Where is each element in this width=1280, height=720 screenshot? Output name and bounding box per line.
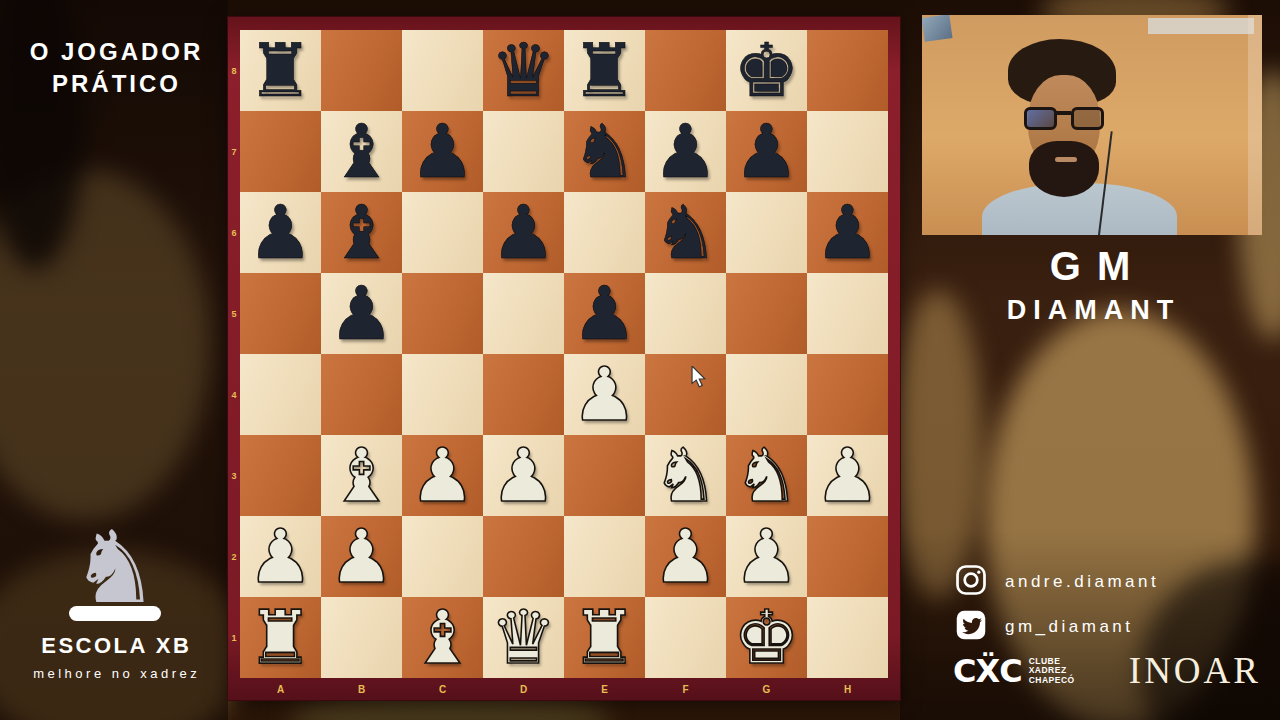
black-pawn[interactable]: ♟ — [328, 273, 394, 354]
square-b8[interactable] — [321, 30, 402, 111]
social-links: andre.diamant gm_diamant — [953, 563, 1159, 653]
square-f8[interactable] — [645, 30, 726, 111]
glasses-left-lens — [1024, 107, 1057, 130]
file-label-f: F — [645, 678, 726, 700]
square-h5[interactable] — [807, 273, 888, 354]
instagram-icon — [953, 562, 989, 602]
white-knight[interactable]: ♞ — [652, 435, 718, 516]
rank-label-5: 5 — [228, 273, 240, 354]
rank-label-2: 2 — [228, 516, 240, 597]
square-h7[interactable] — [807, 111, 888, 192]
white-pawn[interactable]: ♟ — [490, 435, 556, 516]
rank-label-1: 1 — [228, 597, 240, 678]
school-tagline: melhore no xadrez — [0, 666, 230, 681]
show-title-line1: O JOGADOR — [0, 36, 230, 68]
square-g4[interactable] — [726, 354, 807, 435]
file-label-h: H — [807, 678, 888, 700]
square-g5[interactable] — [726, 273, 807, 354]
file-label-d: D — [483, 678, 564, 700]
square-h6[interactable]: ♟ — [807, 192, 888, 273]
square-a6[interactable]: ♟ — [240, 192, 321, 273]
rank-label-8: 8 — [228, 30, 240, 111]
square-e5[interactable]: ♟ — [564, 273, 645, 354]
square-a8[interactable]: ♜ — [240, 30, 321, 111]
cxc-caption-line: CHAPECÓ — [1029, 676, 1075, 686]
square-d3[interactable]: ♟ — [483, 435, 564, 516]
square-c1[interactable]: ♝ — [402, 597, 483, 678]
square-e4[interactable]: ♟ — [564, 354, 645, 435]
white-bishop[interactable]: ♝ — [409, 597, 475, 678]
square-g1[interactable]: ♚ — [726, 597, 807, 678]
black-knight[interactable]: ♞ — [571, 111, 637, 192]
square-g7[interactable]: ♟ — [726, 111, 807, 192]
square-f5[interactable] — [645, 273, 726, 354]
square-f2[interactable]: ♟ — [645, 516, 726, 597]
white-pawn[interactable]: ♟ — [409, 435, 475, 516]
square-b3[interactable]: ♝ — [321, 435, 402, 516]
cxc-logo-caption: CLUBE XADREZ CHAPECÓ — [1029, 657, 1075, 686]
square-c6[interactable] — [402, 192, 483, 273]
square-e1[interactable]: ♜ — [564, 597, 645, 678]
webcam-background-object — [1148, 18, 1254, 34]
square-b6[interactable]: ♝ — [321, 192, 402, 273]
square-e2[interactable] — [564, 516, 645, 597]
square-d6[interactable]: ♟ — [483, 192, 564, 273]
square-h4[interactable] — [807, 354, 888, 435]
square-g6[interactable] — [726, 192, 807, 273]
square-a4[interactable] — [240, 354, 321, 435]
square-a3[interactable] — [240, 435, 321, 516]
square-d7[interactable] — [483, 111, 564, 192]
streamer-title: GM — [900, 243, 1280, 289]
square-d4[interactable] — [483, 354, 564, 435]
school-logo: ♞ ESCOLA XB melhore no xadrez — [0, 516, 230, 681]
square-b7[interactable]: ♝ — [321, 111, 402, 192]
black-king[interactable]: ♚ — [733, 30, 799, 111]
webcam-background-object — [922, 15, 953, 42]
file-label-b: B — [321, 678, 402, 700]
square-d8[interactable]: ♛ — [483, 30, 564, 111]
black-rook[interactable]: ♜ — [247, 30, 313, 111]
inoar-logo: INOAR — [1129, 651, 1261, 691]
square-e7[interactable]: ♞ — [564, 111, 645, 192]
file-label-a: A — [240, 678, 321, 700]
glasses-bridge — [1055, 111, 1071, 115]
square-e3[interactable] — [564, 435, 645, 516]
cxc-logo-name: CẌC — [953, 654, 1022, 688]
black-pawn[interactable]: ♟ — [409, 111, 475, 192]
twitter-handle[interactable]: gm_diamant — [1005, 617, 1134, 637]
square-c5[interactable] — [402, 273, 483, 354]
streamer-caption: GM DIAMANT — [900, 243, 1280, 326]
black-pawn[interactable]: ♟ — [571, 273, 637, 354]
square-h2[interactable] — [807, 516, 888, 597]
sponsor-logos: CẌC CLUBE XADREZ CHAPECÓ INOAR — [953, 651, 1261, 691]
square-c4[interactable] — [402, 354, 483, 435]
square-f3[interactable]: ♞ — [645, 435, 726, 516]
square-g2[interactable]: ♟ — [726, 516, 807, 597]
square-c8[interactable] — [402, 30, 483, 111]
show-title: O JOGADOR PRÁTICO — [0, 36, 230, 100]
streamer-beard — [1029, 141, 1099, 197]
square-a2[interactable]: ♟ — [240, 516, 321, 597]
square-d1[interactable]: ♛ — [483, 597, 564, 678]
instagram-handle[interactable]: andre.diamant — [1005, 572, 1159, 592]
square-f7[interactable]: ♟ — [645, 111, 726, 192]
white-pawn[interactable]: ♟ — [814, 435, 880, 516]
white-queen[interactable]: ♛ — [490, 597, 556, 678]
square-h1[interactable] — [807, 597, 888, 678]
board-grid: ♜♛♜♚♝♟♞♟♟♟♝♟♞♟♟♟♟♝♟♟♞♞♟♟♟♟♟♜♝♛♜♚ — [240, 30, 888, 678]
streamer-mouth — [1055, 157, 1077, 162]
instagram-row[interactable]: andre.diamant — [953, 563, 1159, 600]
streamer-glasses — [1024, 107, 1106, 133]
glasses-right-lens — [1071, 107, 1104, 130]
black-pawn[interactable]: ♟ — [814, 192, 880, 273]
black-pawn[interactable]: ♟ — [733, 111, 799, 192]
square-d5[interactable] — [483, 273, 564, 354]
square-a1[interactable]: ♜ — [240, 597, 321, 678]
square-f6[interactable]: ♞ — [645, 192, 726, 273]
mouse-cursor — [691, 366, 707, 388]
white-pawn[interactable]: ♟ — [733, 516, 799, 597]
square-e8[interactable]: ♜ — [564, 30, 645, 111]
square-b1[interactable] — [321, 597, 402, 678]
square-f4[interactable] — [645, 354, 726, 435]
square-h3[interactable]: ♟ — [807, 435, 888, 516]
stream-overlay: O JOGADOR PRÁTICO ♞ ESCOLA XB melhore no… — [0, 0, 1280, 720]
white-pawn[interactable]: ♟ — [571, 354, 637, 435]
file-label-e: E — [564, 678, 645, 700]
cxc-logo: CẌC CLUBE XADREZ CHAPECÓ — [953, 654, 1075, 688]
black-pawn[interactable]: ♟ — [652, 111, 718, 192]
black-pawn[interactable]: ♟ — [247, 192, 313, 273]
square-h8[interactable] — [807, 30, 888, 111]
streamer-name: DIAMANT — [900, 295, 1280, 326]
black-knight[interactable]: ♞ — [652, 192, 718, 273]
white-pawn[interactable]: ♟ — [247, 516, 313, 597]
twitter-icon — [953, 607, 989, 647]
white-knight[interactable]: ♞ — [733, 435, 799, 516]
square-b5[interactable]: ♟ — [321, 273, 402, 354]
rank-label-4: 4 — [228, 354, 240, 435]
chess-board: ♜♛♜♚♝♟♞♟♟♟♝♟♞♟♟♟♟♝♟♟♞♞♟♟♟♟♟♜♝♛♜♚ 8765432… — [228, 17, 900, 700]
square-d2[interactable] — [483, 516, 564, 597]
square-b4[interactable] — [321, 354, 402, 435]
black-queen[interactable]: ♛ — [490, 30, 556, 111]
rank-label-6: 6 — [228, 192, 240, 273]
webcam-background-object — [1248, 15, 1262, 235]
square-g8[interactable]: ♚ — [726, 30, 807, 111]
black-rook[interactable]: ♜ — [571, 30, 637, 111]
rank-label-3: 3 — [228, 435, 240, 516]
school-brand: ESCOLA XB — [0, 633, 230, 659]
square-a5[interactable] — [240, 273, 321, 354]
white-rook[interactable]: ♜ — [247, 597, 313, 678]
file-label-c: C — [402, 678, 483, 700]
square-c2[interactable] — [402, 516, 483, 597]
black-bishop[interactable]: ♝ — [328, 192, 394, 273]
white-pawn[interactable]: ♟ — [328, 516, 394, 597]
square-c3[interactable]: ♟ — [402, 435, 483, 516]
white-rook[interactable]: ♜ — [571, 597, 637, 678]
white-king[interactable]: ♚ — [733, 597, 799, 678]
black-bishop[interactable]: ♝ — [328, 111, 394, 192]
square-g3[interactable]: ♞ — [726, 435, 807, 516]
file-label-g: G — [726, 678, 807, 700]
webcam-feed — [922, 15, 1262, 235]
white-pawn[interactable]: ♟ — [652, 516, 718, 597]
twitter-row[interactable]: gm_diamant — [953, 608, 1159, 645]
square-a7[interactable] — [240, 111, 321, 192]
black-pawn[interactable]: ♟ — [490, 192, 556, 273]
show-title-line2: PRÁTICO — [0, 68, 230, 100]
knight-icon: ♞ — [0, 516, 230, 620]
square-e6[interactable] — [564, 192, 645, 273]
square-b2[interactable]: ♟ — [321, 516, 402, 597]
white-bishop[interactable]: ♝ — [328, 435, 394, 516]
square-f1[interactable] — [645, 597, 726, 678]
square-c7[interactable]: ♟ — [402, 111, 483, 192]
rank-label-7: 7 — [228, 111, 240, 192]
